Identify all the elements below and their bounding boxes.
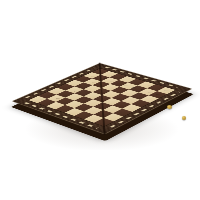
brass-latch-icon [167, 105, 172, 109]
product-photo-scene: ♜♟♜♟♞♟♞♟♝♟♝♟♛♟♛♟♚♟♚♟♝♟♝♟♞♟♞♟♜♟♜♟ [0, 0, 200, 200]
chess-piece-white-pawn: ♟ [42, 90, 54, 103]
chess-piece-black-pawn: ♟ [149, 82, 161, 95]
brass-hinge-pin-icon [182, 116, 186, 120]
